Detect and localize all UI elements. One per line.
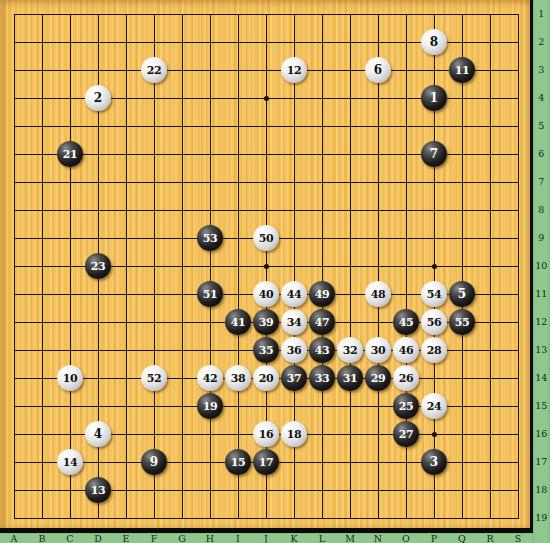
row-label-11: 11: [533, 288, 550, 299]
row-label-17: 17: [533, 456, 550, 467]
white-stone-30: 30: [365, 337, 391, 363]
white-stone-34: 34: [281, 309, 307, 335]
white-stone-40: 40: [253, 281, 279, 307]
black-stone-31: 31: [337, 365, 363, 391]
black-stone-25: 25: [393, 393, 419, 419]
white-stone-12: 12: [281, 57, 307, 83]
row-label-5: 5: [533, 120, 550, 131]
row-label-3: 3: [533, 64, 550, 75]
column-label-E: E: [119, 533, 133, 543]
black-stone-7: 7: [421, 141, 447, 167]
star-point: [432, 264, 437, 269]
white-stone-50: 50: [253, 225, 279, 251]
black-stone-9: 9: [141, 449, 167, 475]
white-stone-2: 2: [85, 85, 111, 111]
black-stone-5: 5: [449, 281, 475, 307]
column-label-A: A: [7, 533, 21, 543]
column-label-R: R: [483, 533, 497, 543]
white-stone-6: 6: [365, 57, 391, 83]
white-stone-48: 48: [365, 281, 391, 307]
column-label-N: N: [371, 533, 385, 543]
row-label-4: 4: [533, 92, 550, 103]
white-stone-42: 42: [197, 365, 223, 391]
white-stone-16: 16: [253, 421, 279, 447]
column-label-J: J: [259, 533, 273, 543]
row-label-7: 7: [533, 176, 550, 187]
column-label-I: I: [231, 533, 245, 543]
row-label-18: 18: [533, 484, 550, 495]
row-label-6: 6: [533, 148, 550, 159]
row-label-15: 15: [533, 400, 550, 411]
white-stone-10: 10: [57, 365, 83, 391]
white-stone-36: 36: [281, 337, 307, 363]
black-stone-27: 27: [393, 421, 419, 447]
column-label-H: H: [203, 533, 217, 543]
black-stone-33: 33: [309, 365, 335, 391]
white-stone-20: 20: [253, 365, 279, 391]
row-label-2: 2: [533, 36, 550, 47]
black-stone-1: 1: [421, 85, 447, 111]
go-diagram: 1234567891011121314151617181920212223242…: [0, 0, 550, 543]
row-label-16: 16: [533, 428, 550, 439]
white-stone-38: 38: [225, 365, 251, 391]
white-stone-22: 22: [141, 57, 167, 83]
star-point: [264, 96, 269, 101]
white-stone-56: 56: [421, 309, 447, 335]
white-stone-46: 46: [393, 337, 419, 363]
column-label-F: F: [147, 533, 161, 543]
black-stone-19: 19: [197, 393, 223, 419]
black-stone-39: 39: [253, 309, 279, 335]
black-stone-21: 21: [57, 141, 83, 167]
go-board[interactable]: 1234567891011121314151617181920212223242…: [0, 0, 532, 532]
black-stone-15: 15: [225, 449, 251, 475]
column-label-D: D: [91, 533, 105, 543]
black-stone-29: 29: [365, 365, 391, 391]
column-label-B: B: [35, 533, 49, 543]
star-point: [432, 432, 437, 437]
black-stone-23: 23: [85, 253, 111, 279]
white-stone-4: 4: [85, 421, 111, 447]
black-stone-41: 41: [225, 309, 251, 335]
black-stone-11: 11: [449, 57, 475, 83]
column-label-C: C: [63, 533, 77, 543]
column-coordinates-strip: ABCDEFGHIJKLMNOPQRS: [0, 533, 533, 543]
row-label-12: 12: [533, 316, 550, 327]
black-stone-55: 55: [449, 309, 475, 335]
row-label-10: 10: [533, 260, 550, 271]
row-coordinates-strip: 12345678910111213141516171819: [533, 0, 550, 543]
black-stone-53: 53: [197, 225, 223, 251]
black-stone-17: 17: [253, 449, 279, 475]
white-stone-26: 26: [393, 365, 419, 391]
column-label-P: P: [427, 533, 441, 543]
column-label-O: O: [399, 533, 413, 543]
column-label-G: G: [175, 533, 189, 543]
white-stone-52: 52: [141, 365, 167, 391]
column-label-M: M: [343, 533, 357, 543]
black-stone-51: 51: [197, 281, 223, 307]
column-label-K: K: [287, 533, 301, 543]
column-label-L: L: [315, 533, 329, 543]
column-label-Q: Q: [455, 533, 469, 543]
black-stone-43: 43: [309, 337, 335, 363]
white-stone-32: 32: [337, 337, 363, 363]
black-stone-3: 3: [421, 449, 447, 475]
black-stone-37: 37: [281, 365, 307, 391]
row-label-19: 19: [533, 512, 550, 523]
row-label-8: 8: [533, 204, 550, 215]
black-stone-45: 45: [393, 309, 419, 335]
column-label-S: S: [511, 533, 525, 543]
black-stone-49: 49: [309, 281, 335, 307]
white-stone-44: 44: [281, 281, 307, 307]
black-stone-47: 47: [309, 309, 335, 335]
white-stone-8: 8: [421, 29, 447, 55]
row-label-13: 13: [533, 344, 550, 355]
row-label-9: 9: [533, 232, 550, 243]
white-stone-24: 24: [421, 393, 447, 419]
white-stone-14: 14: [57, 449, 83, 475]
white-stone-54: 54: [421, 281, 447, 307]
row-label-14: 14: [533, 372, 550, 383]
star-point: [264, 264, 269, 269]
black-stone-13: 13: [85, 477, 111, 503]
black-stone-35: 35: [253, 337, 279, 363]
row-label-1: 1: [533, 8, 550, 19]
white-stone-18: 18: [281, 421, 307, 447]
white-stone-28: 28: [421, 337, 447, 363]
